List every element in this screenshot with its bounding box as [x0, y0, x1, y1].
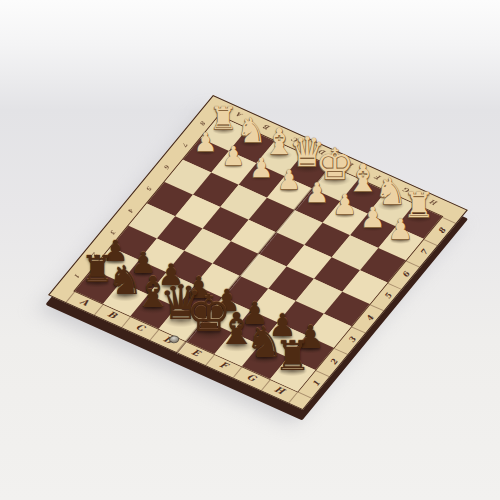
piece-light-pawn-a7[interactable]: ♟: [194, 130, 217, 156]
piece-light-pawn-c7[interactable]: ♟: [249, 155, 273, 181]
piece-light-pawn-f7[interactable]: ♟: [332, 191, 357, 219]
product-photo-scene: AA11BB22CC33DD44EE55FF66GG77HH88 ♜♞♝♛♚♝♞…: [0, 0, 500, 500]
piece-dark-rook-h1[interactable]: ♜: [274, 336, 310, 376]
piece-light-pawn-h7[interactable]: ♟: [388, 216, 413, 244]
pieces-layer: ♜♞♝♛♚♝♞♜♟♟♟♟♟♟♟♟♟♟♟♟♟♟♟♟♜♞♝♛♚♝♞♜: [0, 0, 500, 500]
piece-light-pawn-e7[interactable]: ♟: [305, 179, 329, 206]
piece-light-pawn-g7[interactable]: ♟: [360, 204, 385, 232]
piece-light-pawn-b7[interactable]: ♟: [222, 143, 245, 169]
piece-light-pawn-d7[interactable]: ♟: [277, 167, 301, 194]
